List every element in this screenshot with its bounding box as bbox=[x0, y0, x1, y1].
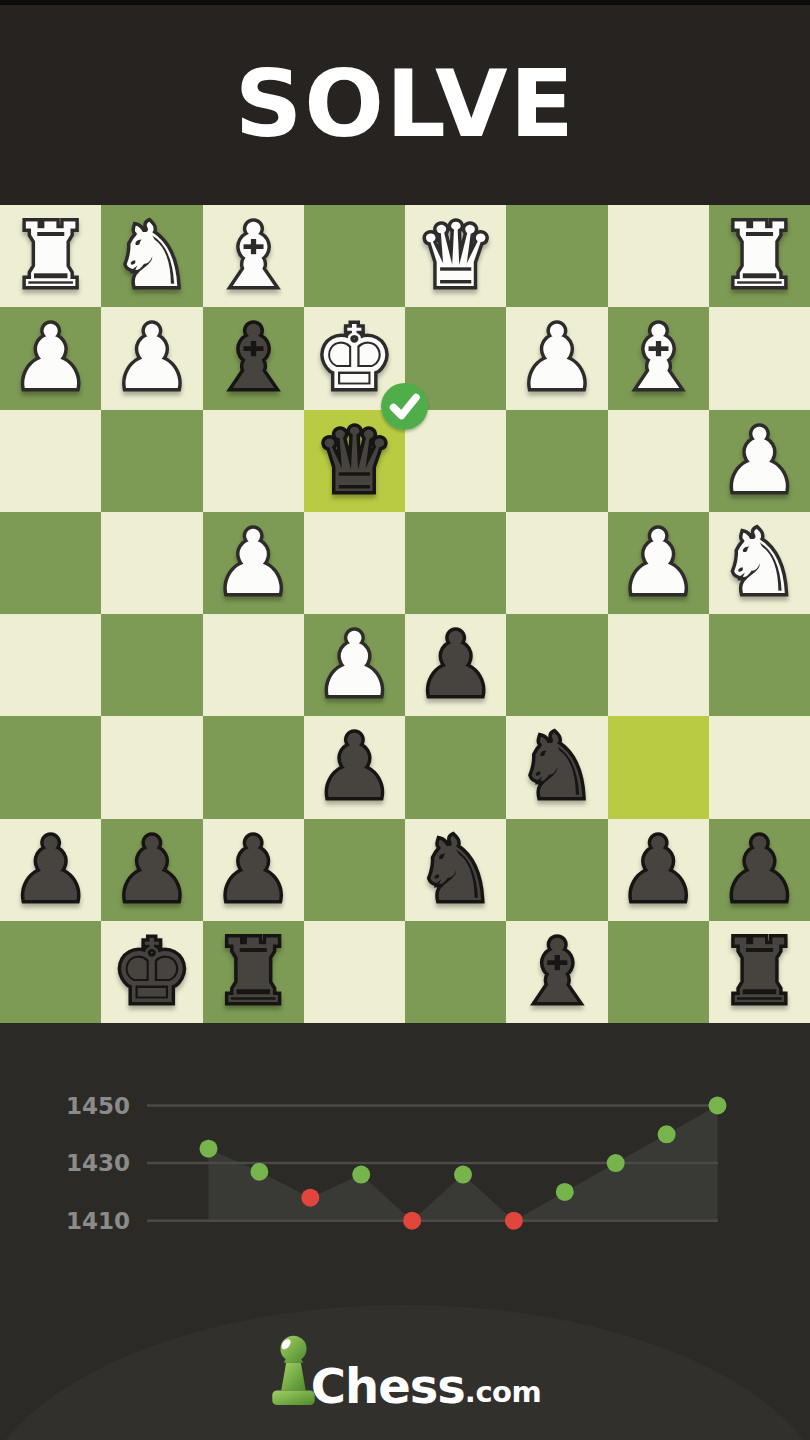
y-axis-labels: 1450 1430 1410 bbox=[66, 1093, 130, 1234]
board-square-d1[interactable]: ♛♛ bbox=[405, 205, 506, 307]
chess-piece-white-queen[interactable]: ♛♛ bbox=[405, 205, 506, 307]
board-square-a8[interactable]: ♜♜ bbox=[709, 921, 810, 1023]
rating-point-win bbox=[250, 1163, 268, 1181]
board-square-h7[interactable]: ♟♟ bbox=[0, 819, 101, 921]
chess-piece-white-pawn[interactable]: ♟♟ bbox=[101, 307, 202, 409]
board-square-b8[interactable] bbox=[608, 921, 709, 1023]
chess-piece-black-king[interactable]: ♚♚ bbox=[101, 921, 202, 1023]
rating-point-loss bbox=[505, 1212, 523, 1230]
chess-piece-white-rook[interactable]: ♜♜ bbox=[0, 205, 101, 307]
chess-piece-white-rook[interactable]: ♜♜ bbox=[709, 205, 810, 307]
board-square-a5[interactable] bbox=[709, 614, 810, 716]
board-square-h6[interactable] bbox=[0, 716, 101, 818]
board-square-e5[interactable]: ♟♟ bbox=[304, 614, 405, 716]
board-square-a3[interactable]: ♟♟ bbox=[709, 410, 810, 512]
board-square-c4[interactable] bbox=[506, 512, 607, 614]
board-square-g2[interactable]: ♟♟ bbox=[101, 307, 202, 409]
rating-point-loss bbox=[301, 1189, 319, 1207]
chess-piece-black-pawn[interactable]: ♟♟ bbox=[304, 716, 405, 818]
brand-tld: .com bbox=[465, 1378, 541, 1408]
board-square-f6[interactable] bbox=[203, 716, 304, 818]
board-square-h2[interactable]: ♟♟ bbox=[0, 307, 101, 409]
board-square-a6[interactable] bbox=[709, 716, 810, 818]
board-square-a2[interactable] bbox=[709, 307, 810, 409]
board-square-e6[interactable]: ♟♟ bbox=[304, 716, 405, 818]
board-square-h8[interactable] bbox=[0, 921, 101, 1023]
board-square-g5[interactable] bbox=[101, 614, 202, 716]
board-square-f8[interactable]: ♜♜ bbox=[203, 921, 304, 1023]
rating-point-win bbox=[352, 1166, 370, 1184]
board-square-a1[interactable]: ♜♜ bbox=[709, 205, 810, 307]
board-square-c6[interactable]: ♞♞ bbox=[506, 716, 607, 818]
chess-piece-black-knight[interactable]: ♞♞ bbox=[405, 819, 506, 921]
chess-piece-black-pawn[interactable]: ♟♟ bbox=[0, 819, 101, 921]
board-square-f5[interactable] bbox=[203, 614, 304, 716]
chess-piece-white-knight[interactable]: ♞♞ bbox=[101, 205, 202, 307]
chess-piece-white-pawn[interactable]: ♟♟ bbox=[203, 512, 304, 614]
board-square-g6[interactable] bbox=[101, 716, 202, 818]
chess-piece-white-bishop[interactable]: ♝♝ bbox=[608, 307, 709, 409]
board-square-c5[interactable] bbox=[506, 614, 607, 716]
board-square-h1[interactable]: ♜♜ bbox=[0, 205, 101, 307]
board-square-b5[interactable] bbox=[608, 614, 709, 716]
board-square-g4[interactable] bbox=[101, 512, 202, 614]
board-square-g8[interactable]: ♚♚ bbox=[101, 921, 202, 1023]
board-square-f7[interactable]: ♟♟ bbox=[203, 819, 304, 921]
board-square-g7[interactable]: ♟♟ bbox=[101, 819, 202, 921]
board-square-g3[interactable] bbox=[101, 410, 202, 512]
rating-point-win bbox=[454, 1166, 472, 1184]
chess-piece-black-rook[interactable]: ♜♜ bbox=[203, 921, 304, 1023]
board-square-b3[interactable] bbox=[608, 410, 709, 512]
chess-piece-white-pawn[interactable]: ♟♟ bbox=[506, 307, 607, 409]
board-square-d7[interactable]: ♞♞ bbox=[405, 819, 506, 921]
rating-point-win bbox=[200, 1140, 218, 1158]
board-square-e4[interactable] bbox=[304, 512, 405, 614]
board-square-e8[interactable] bbox=[304, 921, 405, 1023]
board-square-b2[interactable]: ♝♝ bbox=[608, 307, 709, 409]
board-square-b4[interactable]: ♟♟ bbox=[608, 512, 709, 614]
chess-piece-black-pawn[interactable]: ♟♟ bbox=[608, 819, 709, 921]
check-icon bbox=[381, 383, 428, 430]
poster: SOLVE ♜♜♞♞♝♝♛♛♜♜♟♟♟♟♝♝♚♚♟♟♝♝♛♛♟♟♟♟♟♟♞♞♟♟… bbox=[0, 0, 810, 1440]
chess-piece-white-pawn[interactable]: ♟♟ bbox=[608, 512, 709, 614]
rating-point-win bbox=[709, 1097, 727, 1115]
board-square-b6[interactable] bbox=[608, 716, 709, 818]
rating-point-win bbox=[607, 1154, 625, 1172]
board-square-c8[interactable]: ♝♝ bbox=[506, 921, 607, 1023]
chess-piece-white-pawn[interactable]: ♟♟ bbox=[304, 614, 405, 716]
ytick-1450: 1450 bbox=[66, 1093, 130, 1119]
correct-move-badge bbox=[381, 383, 428, 430]
board-square-f1[interactable]: ♝♝ bbox=[203, 205, 304, 307]
board-square-e1[interactable] bbox=[304, 205, 405, 307]
board-square-h5[interactable] bbox=[0, 614, 101, 716]
chess-piece-black-pawn[interactable]: ♟♟ bbox=[709, 819, 810, 921]
chess-board: ♜♜♞♞♝♝♛♛♜♜♟♟♟♟♝♝♚♚♟♟♝♝♛♛♟♟♟♟♟♟♞♞♟♟♟♟♟♟♞♞… bbox=[0, 205, 810, 1023]
chess-piece-black-rook[interactable]: ♜♜ bbox=[709, 921, 810, 1023]
board-square-f4[interactable]: ♟♟ bbox=[203, 512, 304, 614]
board-square-e7[interactable] bbox=[304, 819, 405, 921]
board-square-d4[interactable] bbox=[405, 512, 506, 614]
brand-name: Chess bbox=[311, 1364, 465, 1408]
board-square-h4[interactable] bbox=[0, 512, 101, 614]
chess-piece-white-pawn[interactable]: ♟♟ bbox=[709, 410, 810, 512]
rating-point-loss bbox=[403, 1212, 421, 1230]
chart-layers bbox=[147, 1097, 727, 1230]
chess-piece-black-pawn[interactable]: ♟♟ bbox=[203, 819, 304, 921]
chess-piece-white-pawn[interactable]: ♟♟ bbox=[0, 307, 101, 409]
chess-piece-black-knight[interactable]: ♞♞ bbox=[506, 716, 607, 818]
board-square-c7[interactable] bbox=[506, 819, 607, 921]
header-banner: SOLVE bbox=[0, 5, 810, 205]
board-square-a7[interactable]: ♟♟ bbox=[709, 819, 810, 921]
board-square-c3[interactable] bbox=[506, 410, 607, 512]
board-square-d8[interactable] bbox=[405, 921, 506, 1023]
chess-piece-black-pawn[interactable]: ♟♟ bbox=[101, 819, 202, 921]
ytick-1410: 1410 bbox=[66, 1208, 130, 1234]
chess-piece-black-pawn[interactable]: ♟♟ bbox=[405, 614, 506, 716]
chess-piece-black-bishop[interactable]: ♝♝ bbox=[203, 307, 304, 409]
board-square-f2[interactable]: ♝♝ bbox=[203, 307, 304, 409]
board-square-d6[interactable] bbox=[405, 716, 506, 818]
rating-point-win bbox=[658, 1125, 676, 1143]
pawn-logo-icon bbox=[269, 1332, 318, 1408]
board-square-b1[interactable] bbox=[608, 205, 709, 307]
chess-piece-white-knight[interactable]: ♞♞ bbox=[709, 512, 810, 614]
board-square-f3[interactable] bbox=[203, 410, 304, 512]
chesscom-logo: Chess .com bbox=[0, 1328, 810, 1408]
ytick-1430: 1430 bbox=[66, 1150, 130, 1176]
board-square-d5[interactable]: ♟♟ bbox=[405, 614, 506, 716]
board-square-h3[interactable] bbox=[0, 410, 101, 512]
board-square-a4[interactable]: ♞♞ bbox=[709, 512, 810, 614]
chess-piece-black-bishop[interactable]: ♝♝ bbox=[506, 921, 607, 1023]
board-square-c1[interactable] bbox=[506, 205, 607, 307]
board-square-c2[interactable]: ♟♟ bbox=[506, 307, 607, 409]
chess-piece-white-bishop[interactable]: ♝♝ bbox=[203, 205, 304, 307]
board-square-g1[interactable]: ♞♞ bbox=[101, 205, 202, 307]
board-square-b7[interactable]: ♟♟ bbox=[608, 819, 709, 921]
rating-point-win bbox=[556, 1183, 574, 1201]
page-title: SOLVE bbox=[234, 59, 575, 151]
